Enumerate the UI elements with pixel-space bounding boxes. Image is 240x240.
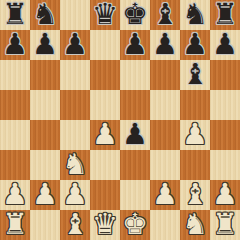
square-g3[interactable] bbox=[180, 150, 210, 180]
square-a5[interactable] bbox=[0, 90, 30, 120]
square-a4[interactable] bbox=[0, 120, 30, 150]
square-c5[interactable] bbox=[60, 90, 90, 120]
square-c4[interactable] bbox=[60, 120, 90, 150]
piece-white-pawn[interactable]: ♟ bbox=[62, 179, 88, 209]
square-d2[interactable] bbox=[90, 180, 120, 210]
square-d8[interactable]: ♛ bbox=[90, 0, 120, 30]
square-e7[interactable]: ♟ bbox=[120, 30, 150, 60]
square-f1[interactable] bbox=[150, 210, 180, 240]
square-b7[interactable]: ♟ bbox=[30, 30, 60, 60]
piece-white-knight[interactable]: ♞ bbox=[182, 209, 208, 239]
square-e4[interactable]: ♟ bbox=[120, 120, 150, 150]
piece-black-rook[interactable]: ♜ bbox=[212, 0, 238, 29]
square-b6[interactable] bbox=[30, 60, 60, 90]
square-f5[interactable] bbox=[150, 90, 180, 120]
square-f6[interactable] bbox=[150, 60, 180, 90]
piece-black-knight[interactable]: ♞ bbox=[32, 0, 58, 29]
piece-white-pawn[interactable]: ♟ bbox=[92, 119, 118, 149]
square-h3[interactable] bbox=[210, 150, 240, 180]
square-f4[interactable] bbox=[150, 120, 180, 150]
square-c8[interactable] bbox=[60, 0, 90, 30]
square-h6[interactable] bbox=[210, 60, 240, 90]
piece-black-pawn[interactable]: ♟ bbox=[212, 29, 238, 59]
piece-black-pawn[interactable]: ♟ bbox=[2, 29, 28, 59]
piece-white-pawn[interactable]: ♟ bbox=[2, 179, 28, 209]
square-e5[interactable] bbox=[120, 90, 150, 120]
piece-black-queen[interactable]: ♛ bbox=[92, 0, 118, 29]
square-c3[interactable]: ♞ bbox=[60, 150, 90, 180]
square-c7[interactable]: ♟ bbox=[60, 30, 90, 60]
piece-white-bishop[interactable]: ♝ bbox=[182, 179, 208, 209]
square-d4[interactable]: ♟ bbox=[90, 120, 120, 150]
square-c1[interactable]: ♝ bbox=[60, 210, 90, 240]
square-b3[interactable] bbox=[30, 150, 60, 180]
square-b5[interactable] bbox=[30, 90, 60, 120]
square-a2[interactable]: ♟ bbox=[0, 180, 30, 210]
square-d3[interactable] bbox=[90, 150, 120, 180]
square-d6[interactable] bbox=[90, 60, 120, 90]
square-a6[interactable] bbox=[0, 60, 30, 90]
piece-white-queen[interactable]: ♛ bbox=[92, 209, 118, 239]
piece-black-bishop[interactable]: ♝ bbox=[182, 59, 208, 89]
square-b1[interactable] bbox=[30, 210, 60, 240]
square-g4[interactable]: ♟ bbox=[180, 120, 210, 150]
square-g8[interactable]: ♞ bbox=[180, 0, 210, 30]
square-b4[interactable] bbox=[30, 120, 60, 150]
square-h5[interactable] bbox=[210, 90, 240, 120]
square-d5[interactable] bbox=[90, 90, 120, 120]
piece-white-pawn[interactable]: ♟ bbox=[152, 179, 178, 209]
square-d1[interactable]: ♛ bbox=[90, 210, 120, 240]
piece-white-pawn[interactable]: ♟ bbox=[182, 119, 208, 149]
square-f2[interactable]: ♟ bbox=[150, 180, 180, 210]
square-a3[interactable] bbox=[0, 150, 30, 180]
square-a7[interactable]: ♟ bbox=[0, 30, 30, 60]
square-g5[interactable] bbox=[180, 90, 210, 120]
piece-black-pawn[interactable]: ♟ bbox=[62, 29, 88, 59]
piece-black-bishop[interactable]: ♝ bbox=[152, 0, 178, 29]
piece-white-knight[interactable]: ♞ bbox=[62, 149, 88, 179]
piece-black-pawn[interactable]: ♟ bbox=[182, 29, 208, 59]
square-e3[interactable] bbox=[120, 150, 150, 180]
piece-black-pawn[interactable]: ♟ bbox=[122, 119, 148, 149]
square-f8[interactable]: ♝ bbox=[150, 0, 180, 30]
square-b2[interactable]: ♟ bbox=[30, 180, 60, 210]
piece-white-pawn[interactable]: ♟ bbox=[32, 179, 58, 209]
piece-black-pawn[interactable]: ♟ bbox=[122, 29, 148, 59]
square-e6[interactable] bbox=[120, 60, 150, 90]
square-g6[interactable]: ♝ bbox=[180, 60, 210, 90]
square-b8[interactable]: ♞ bbox=[30, 0, 60, 30]
piece-black-pawn[interactable]: ♟ bbox=[32, 29, 58, 59]
square-d7[interactable] bbox=[90, 30, 120, 60]
piece-black-knight[interactable]: ♞ bbox=[182, 0, 208, 29]
chess-board: ♜♞♛♚♝♞♜♟♟♟♟♟♟♟♝♟♟♟♞♟♟♟♟♝♟♜♝♛♚♞♜ bbox=[0, 0, 240, 240]
square-a1[interactable]: ♜ bbox=[0, 210, 30, 240]
square-h7[interactable]: ♟ bbox=[210, 30, 240, 60]
square-c6[interactable] bbox=[60, 60, 90, 90]
square-f7[interactable]: ♟ bbox=[150, 30, 180, 60]
square-c2[interactable]: ♟ bbox=[60, 180, 90, 210]
square-f3[interactable] bbox=[150, 150, 180, 180]
square-g2[interactable]: ♝ bbox=[180, 180, 210, 210]
piece-white-king[interactable]: ♚ bbox=[122, 209, 148, 239]
square-h2[interactable]: ♟ bbox=[210, 180, 240, 210]
piece-white-rook[interactable]: ♜ bbox=[2, 209, 28, 239]
square-g1[interactable]: ♞ bbox=[180, 210, 210, 240]
piece-black-king[interactable]: ♚ bbox=[122, 0, 148, 29]
square-h4[interactable] bbox=[210, 120, 240, 150]
square-e8[interactable]: ♚ bbox=[120, 0, 150, 30]
piece-black-rook[interactable]: ♜ bbox=[2, 0, 28, 29]
piece-black-pawn[interactable]: ♟ bbox=[152, 29, 178, 59]
square-e1[interactable]: ♚ bbox=[120, 210, 150, 240]
square-h1[interactable]: ♜ bbox=[210, 210, 240, 240]
piece-white-rook[interactable]: ♜ bbox=[212, 209, 238, 239]
piece-white-pawn[interactable]: ♟ bbox=[212, 179, 238, 209]
square-e2[interactable] bbox=[120, 180, 150, 210]
square-g7[interactable]: ♟ bbox=[180, 30, 210, 60]
square-a8[interactable]: ♜ bbox=[0, 0, 30, 30]
piece-white-bishop[interactable]: ♝ bbox=[62, 209, 88, 239]
square-h8[interactable]: ♜ bbox=[210, 0, 240, 30]
